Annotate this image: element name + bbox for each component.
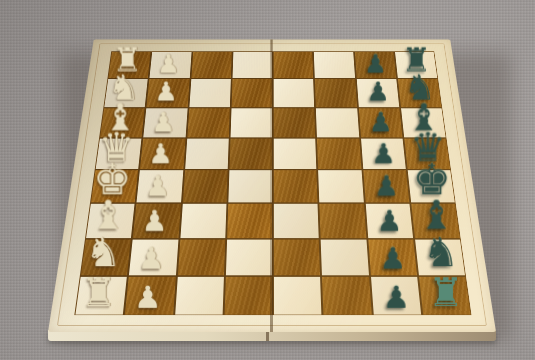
square-d3[interactable] <box>185 138 229 169</box>
piece-white-rook-h1[interactable]: ♜ <box>75 273 122 312</box>
square-f2[interactable] <box>133 204 180 238</box>
square-h6[interactable] <box>322 277 371 315</box>
piece-black-pawn-d7[interactable]: ♟ <box>362 140 404 167</box>
square-f5[interactable] <box>274 204 319 238</box>
square-g6[interactable] <box>321 239 369 275</box>
photo-background-fabric: ♜♞♝♛♚♝♞♜♟♟♟♟♟♟♟♟♟♟♟♟♟♟♟♟♜♞♝♛♚♝♞♜ <box>0 0 535 360</box>
square-b5[interactable] <box>274 79 315 107</box>
square-a7[interactable] <box>354 52 396 78</box>
chess-board: ♜♞♝♛♚♝♞♜♟♟♟♟♟♟♟♟♟♟♟♟♟♟♟♟♜♞♝♛♚♝♞♜ <box>48 40 496 332</box>
square-b4[interactable] <box>231 79 272 107</box>
square-e4[interactable] <box>228 170 272 202</box>
piece-black-knight-g8[interactable]: ♞ <box>417 233 463 273</box>
square-a5[interactable] <box>274 52 314 78</box>
piece-white-pawn-g2[interactable]: ♟ <box>128 243 174 273</box>
square-f3[interactable] <box>180 204 226 238</box>
square-g5[interactable] <box>274 239 320 275</box>
square-g4[interactable] <box>226 239 272 275</box>
square-h3[interactable] <box>175 277 224 315</box>
square-b1[interactable] <box>104 79 148 107</box>
square-d5[interactable] <box>274 138 317 169</box>
piece-black-rook-h8[interactable]: ♜ <box>422 273 469 312</box>
square-c2[interactable] <box>144 108 188 137</box>
square-a3[interactable] <box>191 52 232 78</box>
square-d6[interactable] <box>317 138 361 169</box>
square-c5[interactable] <box>274 108 316 137</box>
piece-white-pawn-b2[interactable]: ♟ <box>146 79 186 105</box>
square-e6[interactable] <box>318 170 363 202</box>
piece-black-pawn-b7[interactable]: ♟ <box>357 79 397 105</box>
piece-black-pawn-c7[interactable]: ♟ <box>360 109 401 136</box>
square-b6[interactable] <box>315 79 357 107</box>
piece-white-pawn-h2[interactable]: ♟ <box>124 282 171 313</box>
square-e3[interactable] <box>182 170 227 202</box>
square-d4[interactable] <box>229 138 272 169</box>
square-e1[interactable] <box>91 170 138 202</box>
square-a4[interactable] <box>232 52 272 78</box>
square-c3[interactable] <box>187 108 230 137</box>
piece-white-pawn-e2[interactable]: ♟ <box>136 172 180 200</box>
square-h5[interactable] <box>274 277 322 315</box>
square-c4[interactable] <box>230 108 272 137</box>
square-c6[interactable] <box>316 108 359 137</box>
piece-black-pawn-f7[interactable]: ♟ <box>367 207 412 236</box>
square-f4[interactable] <box>227 204 272 238</box>
square-a6[interactable] <box>314 52 355 78</box>
square-h4[interactable] <box>224 277 272 315</box>
piece-white-pawn-d2[interactable]: ♟ <box>140 140 182 167</box>
square-h7[interactable] <box>371 277 421 315</box>
square-f6[interactable] <box>320 204 366 238</box>
square-e5[interactable] <box>274 170 318 202</box>
square-g3[interactable] <box>177 239 225 275</box>
square-g7[interactable] <box>368 239 417 275</box>
piece-white-pawn-a2[interactable]: ♟ <box>149 51 188 76</box>
square-g1[interactable] <box>81 239 131 275</box>
square-b3[interactable] <box>189 79 231 107</box>
piece-black-pawn-e7[interactable]: ♟ <box>364 172 408 200</box>
